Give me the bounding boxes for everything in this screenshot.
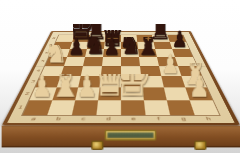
plaque-engraving <box>107 132 153 137</box>
piece-white-bishop-b2[interactable]: ♝ <box>54 74 76 96</box>
box-front-edge <box>2 126 240 148</box>
chess-set-photo: abcdefgh 87654321 ♚♜♜♛♟♟♞♟♞♝♞♟♝♟♝♟♛♚♟ <box>0 0 240 153</box>
brass-latch-right[interactable] <box>194 141 206 150</box>
piece-white-pawn-h2[interactable]: ♟ <box>188 74 210 96</box>
piece-white-king-e2[interactable]: ♚ <box>121 74 143 96</box>
brass-plaque <box>105 130 157 141</box>
folding-chess-board: abcdefgh 87654321 ♚♜♜♛♟♟♞♟♞♝♞♟♝♟♝♟♛♚♟ <box>2 31 240 126</box>
pieces-layer: ♚♜♜♛♟♟♞♟♞♝♞♟♝♟♝♟♛♚♟ <box>2 31 240 126</box>
white-king-glyph: ♚ <box>112 46 153 105</box>
piece-white-pawn-g4[interactable]: ♟ <box>161 53 181 73</box>
brass-latch-left[interactable] <box>91 141 103 150</box>
